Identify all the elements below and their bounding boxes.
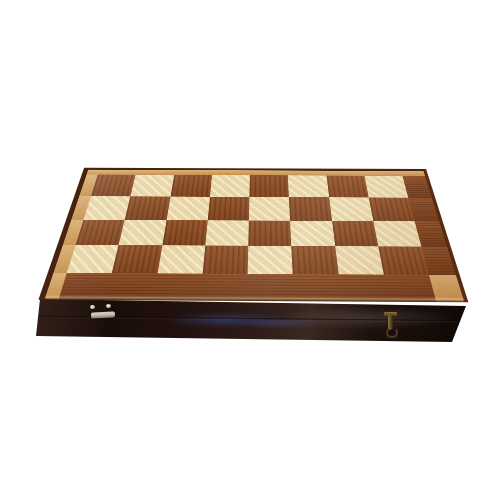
frame-mahogany-cell xyxy=(293,274,342,301)
frame-mahogany-cell xyxy=(338,274,389,301)
frame-mahogany-cell xyxy=(105,273,157,300)
latch-hook-curl xyxy=(386,327,398,338)
product-photo-chess-box xyxy=(0,0,500,500)
screw-icon xyxy=(90,305,95,309)
board-square-dark xyxy=(248,220,291,246)
chess-board-top xyxy=(38,168,468,303)
board-square-dark xyxy=(326,176,368,198)
board-square-light xyxy=(157,245,205,273)
frame-mahogany-cell xyxy=(402,176,431,198)
frame-mahogany-cell xyxy=(153,273,203,300)
board-square-dark xyxy=(249,175,289,197)
board-grid xyxy=(44,170,464,303)
board-square-light xyxy=(373,221,421,247)
frame-mahogany-cell xyxy=(384,275,437,302)
board-square-dark xyxy=(170,175,212,197)
board-square-dark xyxy=(368,197,414,221)
board-square-light xyxy=(288,175,329,197)
board-square-light xyxy=(84,196,131,220)
board-square-light xyxy=(210,175,250,197)
frame-mahogany-cell xyxy=(200,274,248,301)
board-square-light xyxy=(119,220,166,246)
board-square-light xyxy=(67,245,119,273)
screw-icon xyxy=(106,304,111,308)
board-square-dark xyxy=(289,197,332,221)
frame-mahogany-cell xyxy=(58,273,112,300)
board-square-dark xyxy=(162,220,208,246)
board-square-dark xyxy=(332,221,378,247)
latch-hook-icon xyxy=(382,312,400,336)
board-square-dark xyxy=(76,219,125,245)
clasp-icon xyxy=(88,305,120,323)
board-square-dark xyxy=(292,246,339,274)
board-square-light xyxy=(335,246,384,274)
board-square-light xyxy=(205,220,249,246)
board-square-light xyxy=(364,176,408,198)
frame-mahogany-cell xyxy=(415,221,448,247)
board-square-dark xyxy=(202,246,248,274)
board-square-dark xyxy=(208,197,250,221)
clasp-plate xyxy=(91,311,115,318)
board-square-dark xyxy=(378,246,429,274)
board-square-light xyxy=(290,220,335,246)
board-square-light xyxy=(249,197,290,221)
board-square-light xyxy=(131,175,174,197)
board-square-dark xyxy=(125,196,170,220)
board-square-dark xyxy=(91,175,136,197)
board-square-dark xyxy=(112,245,162,273)
board-square-light xyxy=(329,197,373,221)
board-square-light xyxy=(248,246,293,274)
frame-mahogany-cell xyxy=(408,198,439,222)
frame-mahogany-cell xyxy=(247,274,294,301)
frame-tan-cell xyxy=(429,275,464,302)
box-front-panel xyxy=(36,298,468,344)
board-square-light xyxy=(166,196,210,220)
